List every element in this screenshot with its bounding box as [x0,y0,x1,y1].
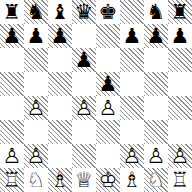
white-bishop-icon: ♝♗ [48,168,72,192]
square-h7[interactable]: ♟ [168,24,192,48]
white-king-icon: ♚♔ [96,168,120,192]
square-f1[interactable]: ♝♗ [120,168,144,192]
square-c4[interactable] [48,96,72,120]
square-c5[interactable] [48,72,72,96]
square-d2[interactable] [72,144,96,168]
square-b7[interactable]: ♟ [24,24,48,48]
square-c7[interactable]: ♟ [48,24,72,48]
white-pawn-icon: ♟♙ [72,96,96,120]
square-c6[interactable] [48,48,72,72]
square-f7[interactable]: ♟ [120,24,144,48]
white-bishop-icon: ♝♗ [120,168,144,192]
square-h4[interactable] [168,96,192,120]
white-pawn-icon: ♟♙ [24,144,48,168]
square-b6[interactable] [24,48,48,72]
black-knight-icon: ♞ [24,0,48,24]
square-d7[interactable] [72,24,96,48]
square-a3[interactable] [0,120,24,144]
white-pawn-icon: ♟♙ [120,144,144,168]
square-h3[interactable] [168,120,192,144]
square-b5[interactable] [24,72,48,96]
white-pawn-icon: ♟♙ [144,144,168,168]
black-pawn-icon: ♟ [24,24,48,48]
square-f6[interactable] [120,48,144,72]
square-g5[interactable] [144,72,168,96]
black-bishop-icon: ♝ [48,0,72,24]
black-pawn-icon: ♟ [96,72,120,96]
white-pawn-icon: ♟♙ [0,144,24,168]
square-a6[interactable] [0,48,24,72]
white-pawn-icon: ♟♙ [96,96,120,120]
square-c1[interactable]: ♝♗ [48,168,72,192]
white-rook-icon: ♜♖ [168,168,192,192]
white-rook-icon: ♜♖ [0,168,24,192]
square-a5[interactable] [0,72,24,96]
square-d5[interactable] [72,72,96,96]
square-a2[interactable]: ♟♙ [0,144,24,168]
square-e7[interactable] [96,24,120,48]
square-g6[interactable] [144,48,168,72]
square-e4[interactable]: ♟♙ [96,96,120,120]
black-pawn-icon: ♟ [0,24,24,48]
square-h6[interactable] [168,48,192,72]
square-c3[interactable] [48,120,72,144]
square-a4[interactable] [0,96,24,120]
square-b3[interactable] [24,120,48,144]
square-g2[interactable]: ♟♙ [144,144,168,168]
square-f8[interactable] [120,0,144,24]
black-pawn-icon: ♟ [168,24,192,48]
white-pawn-icon: ♟♙ [24,96,48,120]
square-b1[interactable]: ♞♘ [24,168,48,192]
white-queen-icon: ♛♕ [72,168,96,192]
square-a7[interactable]: ♟ [0,24,24,48]
square-h8[interactable]: ♜ [168,0,192,24]
square-f3[interactable] [120,120,144,144]
square-d8[interactable]: ♛ [72,0,96,24]
square-g1[interactable]: ♞♘ [144,168,168,192]
square-f4[interactable] [120,96,144,120]
black-knight-icon: ♞ [144,0,168,24]
square-g3[interactable] [144,120,168,144]
square-a1[interactable]: ♜♖ [0,168,24,192]
square-a8[interactable]: ♜ [0,0,24,24]
black-pawn-icon: ♟ [120,24,144,48]
square-g4[interactable] [144,96,168,120]
square-e5[interactable]: ♟ [96,72,120,96]
square-f5[interactable] [120,72,144,96]
square-c8[interactable]: ♝ [48,0,72,24]
square-g7[interactable]: ♟ [144,24,168,48]
square-f2[interactable]: ♟♙ [120,144,144,168]
square-e6[interactable] [96,48,120,72]
square-b8[interactable]: ♞ [24,0,48,24]
square-c2[interactable] [48,144,72,168]
black-pawn-icon: ♟ [144,24,168,48]
square-e1[interactable]: ♚♔ [96,168,120,192]
black-pawn-icon: ♟ [48,24,72,48]
square-b2[interactable]: ♟♙ [24,144,48,168]
square-g8[interactable]: ♞ [144,0,168,24]
square-h5[interactable] [168,72,192,96]
square-d1[interactable]: ♛♕ [72,168,96,192]
black-pawn-icon: ♟ [72,48,96,72]
black-king-icon: ♚ [96,0,120,24]
square-d3[interactable] [72,120,96,144]
square-e2[interactable] [96,144,120,168]
white-knight-icon: ♞♘ [144,168,168,192]
black-queen-icon: ♛ [72,0,96,24]
square-h2[interactable]: ♟♙ [168,144,192,168]
square-b4[interactable]: ♟♙ [24,96,48,120]
white-pawn-icon: ♟♙ [168,144,192,168]
black-rook-icon: ♜ [0,0,24,24]
square-d4[interactable]: ♟♙ [72,96,96,120]
black-rook-icon: ♜ [168,0,192,24]
square-e3[interactable] [96,120,120,144]
white-knight-icon: ♞♘ [24,168,48,192]
chessboard: ♜♞♝♛♚♞♜♟♟♟♟♟♟♟♟♟♙♟♙♟♙♟♙♟♙♟♙♟♙♟♙♜♖♞♘♝♗♛♕♚… [0,0,192,192]
square-h1[interactable]: ♜♖ [168,168,192,192]
square-e8[interactable]: ♚ [96,0,120,24]
square-d6[interactable]: ♟ [72,48,96,72]
